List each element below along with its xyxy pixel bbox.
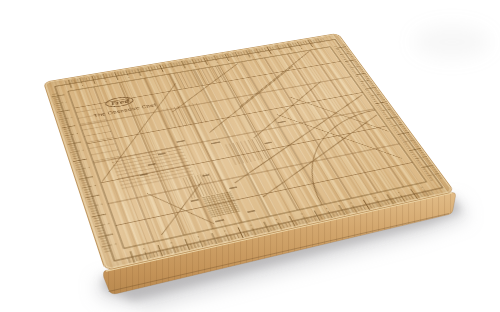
comb-vertical-2: [224, 138, 268, 165]
protractor-arc: [278, 110, 427, 205]
product-photo: Fred The Obsessive Chef: [0, 0, 500, 312]
comb-horizontal: [110, 145, 195, 191]
comb-vertical-1: [160, 103, 207, 130]
background-smudge: [414, 26, 490, 58]
